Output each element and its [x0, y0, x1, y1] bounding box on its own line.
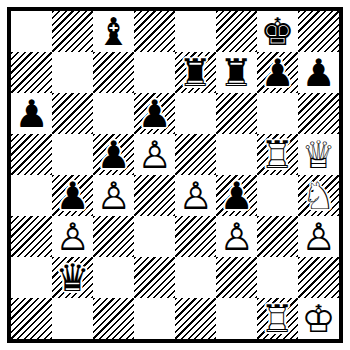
square-d1[interactable] — [134, 298, 175, 339]
piece-white-pawn-icon: ♙ — [93, 175, 134, 216]
square-b2[interactable]: ♛ — [52, 257, 93, 298]
square-e5[interactable] — [175, 134, 216, 175]
square-b5[interactable] — [52, 134, 93, 175]
square-f2[interactable] — [216, 257, 257, 298]
square-b1[interactable] — [52, 298, 93, 339]
piece-black-pawn-icon: ♟ — [216, 175, 257, 216]
square-a3[interactable] — [11, 216, 52, 257]
piece-black-pawn-icon: ♟ — [11, 93, 52, 134]
piece-white-pawn-icon: ♙ — [216, 216, 257, 257]
piece-fill-white-pawn: ♟ — [134, 134, 175, 175]
square-c6[interactable] — [93, 93, 134, 134]
piece-black-rook-icon: ♜ — [216, 52, 257, 93]
square-a2[interactable] — [11, 257, 52, 298]
square-e7[interactable]: ♜ — [175, 52, 216, 93]
piece-white-pawn-icon: ♙ — [52, 216, 93, 257]
square-d7[interactable] — [134, 52, 175, 93]
square-h5[interactable]: ♛♕ — [298, 134, 339, 175]
piece-fill-white-queen: ♛ — [298, 134, 339, 175]
piece-fill-white-pawn: ♟ — [93, 175, 134, 216]
square-f5[interactable] — [216, 134, 257, 175]
square-c7[interactable] — [93, 52, 134, 93]
square-f3[interactable]: ♟♙ — [216, 216, 257, 257]
square-c2[interactable] — [93, 257, 134, 298]
square-c1[interactable] — [93, 298, 134, 339]
square-d6[interactable]: ♟ — [134, 93, 175, 134]
square-h7[interactable]: ♟ — [298, 52, 339, 93]
square-e3[interactable] — [175, 216, 216, 257]
piece-black-queen-icon: ♛ — [52, 257, 93, 298]
chess-board: ♝♚♜♜♟♟♟♟♟♟♙♜♖♛♕♟♟♙♟♙♟♞♘♟♙♟♙♟♙♛♜♖♚♔ — [11, 11, 339, 339]
piece-fill-white-pawn: ♟ — [175, 175, 216, 216]
piece-black-pawn-icon: ♟ — [257, 52, 298, 93]
square-g4[interactable] — [257, 175, 298, 216]
piece-white-rook-icon: ♖ — [257, 298, 298, 339]
piece-fill-white-rook: ♜ — [257, 298, 298, 339]
square-d5[interactable]: ♟♙ — [134, 134, 175, 175]
square-g5[interactable]: ♜♖ — [257, 134, 298, 175]
piece-fill-white-rook: ♜ — [257, 134, 298, 175]
piece-black-bishop-icon: ♝ — [93, 11, 134, 52]
piece-fill-white-king: ♚ — [298, 298, 339, 339]
square-b6[interactable] — [52, 93, 93, 134]
square-a7[interactable] — [11, 52, 52, 93]
square-g8[interactable]: ♚ — [257, 11, 298, 52]
piece-black-pawn-icon: ♟ — [298, 52, 339, 93]
square-e8[interactable] — [175, 11, 216, 52]
square-e4[interactable]: ♟♙ — [175, 175, 216, 216]
square-g1[interactable]: ♜♖ — [257, 298, 298, 339]
square-d8[interactable] — [134, 11, 175, 52]
square-b8[interactable] — [52, 11, 93, 52]
piece-fill-white-knight: ♞ — [298, 175, 339, 216]
square-c5[interactable]: ♟ — [93, 134, 134, 175]
square-h6[interactable] — [298, 93, 339, 134]
chess-diagram: ♝♚♜♜♟♟♟♟♟♟♙♜♖♛♕♟♟♙♟♙♟♞♘♟♙♟♙♟♙♛♜♖♚♔ — [0, 0, 350, 350]
square-a1[interactable] — [11, 298, 52, 339]
square-g2[interactable] — [257, 257, 298, 298]
square-g3[interactable] — [257, 216, 298, 257]
piece-white-pawn-icon: ♙ — [134, 134, 175, 175]
square-c4[interactable]: ♟♙ — [93, 175, 134, 216]
square-g7[interactable]: ♟ — [257, 52, 298, 93]
square-a6[interactable]: ♟ — [11, 93, 52, 134]
square-e1[interactable] — [175, 298, 216, 339]
square-b3[interactable]: ♟♙ — [52, 216, 93, 257]
square-b7[interactable] — [52, 52, 93, 93]
piece-black-pawn-icon: ♟ — [93, 134, 134, 175]
piece-white-knight-icon: ♘ — [298, 175, 339, 216]
square-h4[interactable]: ♞♘ — [298, 175, 339, 216]
square-e2[interactable] — [175, 257, 216, 298]
piece-black-pawn-icon: ♟ — [134, 93, 175, 134]
piece-black-pawn-icon: ♟ — [52, 175, 93, 216]
square-f4[interactable]: ♟ — [216, 175, 257, 216]
piece-black-rook-icon: ♜ — [175, 52, 216, 93]
square-a8[interactable] — [11, 11, 52, 52]
square-f8[interactable] — [216, 11, 257, 52]
square-f1[interactable] — [216, 298, 257, 339]
piece-white-king-icon: ♔ — [298, 298, 339, 339]
square-a5[interactable] — [11, 134, 52, 175]
square-d2[interactable] — [134, 257, 175, 298]
square-h3[interactable]: ♟♙ — [298, 216, 339, 257]
square-h1[interactable]: ♚♔ — [298, 298, 339, 339]
piece-fill-white-pawn: ♟ — [216, 216, 257, 257]
piece-white-queen-icon: ♕ — [298, 134, 339, 175]
square-e6[interactable] — [175, 93, 216, 134]
piece-white-pawn-icon: ♙ — [175, 175, 216, 216]
piece-white-pawn-icon: ♙ — [298, 216, 339, 257]
square-f6[interactable] — [216, 93, 257, 134]
square-b4[interactable]: ♟ — [52, 175, 93, 216]
square-d4[interactable] — [134, 175, 175, 216]
square-f7[interactable]: ♜ — [216, 52, 257, 93]
piece-fill-white-pawn: ♟ — [52, 216, 93, 257]
piece-black-king-icon: ♚ — [257, 11, 298, 52]
piece-white-rook-icon: ♖ — [257, 134, 298, 175]
square-c8[interactable]: ♝ — [93, 11, 134, 52]
square-c3[interactable] — [93, 216, 134, 257]
square-d3[interactable] — [134, 216, 175, 257]
square-a4[interactable] — [11, 175, 52, 216]
piece-fill-white-pawn: ♟ — [298, 216, 339, 257]
square-g6[interactable] — [257, 93, 298, 134]
square-h2[interactable] — [298, 257, 339, 298]
board-frame: ♝♚♜♜♟♟♟♟♟♟♙♜♖♛♕♟♟♙♟♙♟♞♘♟♙♟♙♟♙♛♜♖♚♔ — [7, 7, 343, 343]
square-h8[interactable] — [298, 11, 339, 52]
